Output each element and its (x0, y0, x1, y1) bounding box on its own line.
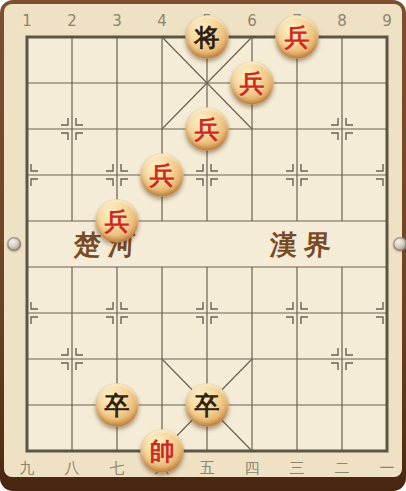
intersection-r2-c9[interactable] (365, 106, 406, 152)
intersection-r5-c9[interactable] (365, 244, 406, 290)
intersection-r8-c1[interactable] (5, 382, 50, 428)
intersection-r0-c1[interactable] (5, 14, 50, 60)
intersection-r2-c8[interactable] (320, 106, 365, 152)
intersection-r7-c5[interactable] (185, 336, 230, 382)
red-general[interactable]: 帥 (141, 430, 184, 473)
red-soldier[interactable]: 兵 (96, 200, 139, 243)
intersection-r8-c5[interactable]: 卒 (185, 382, 230, 428)
intersection-r4-c3[interactable]: 兵 (95, 198, 140, 244)
intersection-r8-c2[interactable] (50, 382, 95, 428)
intersection-r6-c7[interactable] (275, 290, 320, 336)
intersection-r0-c2[interactable] (50, 14, 95, 60)
intersection-r3-c1[interactable] (5, 152, 50, 198)
black-soldier[interactable]: 卒 (96, 384, 139, 427)
intersection-r6-c8[interactable] (320, 290, 365, 336)
intersection-r9-c6[interactable] (230, 428, 275, 474)
intersection-r6-c6[interactable] (230, 290, 275, 336)
intersection-r0-c6[interactable] (230, 14, 275, 60)
intersection-r3-c8[interactable] (320, 152, 365, 198)
intersection-r0-c3[interactable] (95, 14, 140, 60)
intersection-r8-c8[interactable] (320, 382, 365, 428)
intersection-r5-c2[interactable] (50, 244, 95, 290)
intersection-r7-c4[interactable] (140, 336, 185, 382)
intersection-r4-c6[interactable] (230, 198, 275, 244)
intersection-r6-c1[interactable] (5, 290, 50, 336)
intersection-r2-c1[interactable] (5, 106, 50, 152)
intersection-r7-c1[interactable] (5, 336, 50, 382)
intersection-r7-c8[interactable] (320, 336, 365, 382)
xiangqi-board-screenshot: 楚河 漢界 123456789 九八七六五四三二一 将兵兵兵兵兵卒卒帥 (0, 0, 406, 491)
intersection-r6-c3[interactable] (95, 290, 140, 336)
intersection-r2-c4[interactable] (140, 106, 185, 152)
intersection-r3-c2[interactable] (50, 152, 95, 198)
intersection-r9-c9[interactable] (365, 428, 406, 474)
board-intersection-grid: 将兵兵兵兵兵卒卒帥 (5, 14, 406, 474)
intersection-r1-c1[interactable] (5, 60, 50, 106)
board-frame: 楚河 漢界 123456789 九八七六五四三二一 将兵兵兵兵兵卒卒帥 (0, 0, 406, 491)
intersection-r9-c8[interactable] (320, 428, 365, 474)
intersection-r6-c4[interactable] (140, 290, 185, 336)
intersection-r8-c9[interactable] (365, 382, 406, 428)
red-soldier[interactable]: 兵 (276, 16, 319, 59)
intersection-r4-c7[interactable] (275, 198, 320, 244)
intersection-r8-c3[interactable]: 卒 (95, 382, 140, 428)
intersection-r3-c9[interactable] (365, 152, 406, 198)
intersection-r1-c6[interactable]: 兵 (230, 60, 275, 106)
red-soldier[interactable]: 兵 (231, 62, 274, 105)
intersection-r3-c3[interactable] (95, 152, 140, 198)
intersection-r2-c6[interactable] (230, 106, 275, 152)
intersection-r5-c7[interactable] (275, 244, 320, 290)
intersection-r8-c6[interactable] (230, 382, 275, 428)
intersection-r5-c8[interactable] (320, 244, 365, 290)
intersection-r0-c9[interactable] (365, 14, 406, 60)
black-general[interactable]: 将 (186, 16, 229, 59)
intersection-r3-c6[interactable] (230, 152, 275, 198)
intersection-r5-c1[interactable] (5, 244, 50, 290)
intersection-r8-c7[interactable] (275, 382, 320, 428)
intersection-r5-c6[interactable] (230, 244, 275, 290)
intersection-r3-c4[interactable]: 兵 (140, 152, 185, 198)
intersection-r9-c7[interactable] (275, 428, 320, 474)
intersection-r6-c5[interactable] (185, 290, 230, 336)
intersection-r9-c1[interactable] (5, 428, 50, 474)
intersection-r2-c7[interactable] (275, 106, 320, 152)
intersection-r9-c3[interactable] (95, 428, 140, 474)
intersection-r7-c2[interactable] (50, 336, 95, 382)
intersection-r4-c9[interactable] (365, 198, 406, 244)
intersection-r0-c7[interactable]: 兵 (275, 14, 320, 60)
intersection-r1-c9[interactable] (365, 60, 406, 106)
intersection-r5-c3[interactable] (95, 244, 140, 290)
intersection-r3-c5[interactable] (185, 152, 230, 198)
intersection-r9-c2[interactable] (50, 428, 95, 474)
intersection-r4-c1[interactable] (5, 198, 50, 244)
intersection-r7-c9[interactable] (365, 336, 406, 382)
intersection-r5-c4[interactable] (140, 244, 185, 290)
intersection-r7-c3[interactable] (95, 336, 140, 382)
intersection-r1-c2[interactable] (50, 60, 95, 106)
intersection-r1-c8[interactable] (320, 60, 365, 106)
intersection-r1-c3[interactable] (95, 60, 140, 106)
intersection-r4-c5[interactable] (185, 198, 230, 244)
intersection-r6-c9[interactable] (365, 290, 406, 336)
intersection-r2-c5[interactable]: 兵 (185, 106, 230, 152)
intersection-r0-c5[interactable]: 将 (185, 14, 230, 60)
intersection-r9-c5[interactable] (185, 428, 230, 474)
intersection-r1-c5[interactable] (185, 60, 230, 106)
intersection-r4-c4[interactable] (140, 198, 185, 244)
intersection-r9-c4[interactable]: 帥 (140, 428, 185, 474)
intersection-r2-c2[interactable] (50, 106, 95, 152)
intersection-r7-c6[interactable] (230, 336, 275, 382)
board-surface: 楚河 漢界 123456789 九八七六五四三二一 将兵兵兵兵兵卒卒帥 (4, 4, 402, 477)
intersection-r0-c8[interactable] (320, 14, 365, 60)
black-soldier[interactable]: 卒 (186, 384, 229, 427)
intersection-r6-c2[interactable] (50, 290, 95, 336)
intersection-r4-c2[interactable] (50, 198, 95, 244)
red-soldier[interactable]: 兵 (141, 154, 184, 197)
intersection-r1-c7[interactable] (275, 60, 320, 106)
intersection-r2-c3[interactable] (95, 106, 140, 152)
intersection-r8-c4[interactable] (140, 382, 185, 428)
intersection-r3-c7[interactable] (275, 152, 320, 198)
intersection-r1-c4[interactable] (140, 60, 185, 106)
red-soldier[interactable]: 兵 (186, 108, 229, 151)
intersection-r7-c7[interactable] (275, 336, 320, 382)
intersection-r0-c4[interactable] (140, 14, 185, 60)
intersection-r4-c8[interactable] (320, 198, 365, 244)
intersection-r5-c5[interactable] (185, 244, 230, 290)
